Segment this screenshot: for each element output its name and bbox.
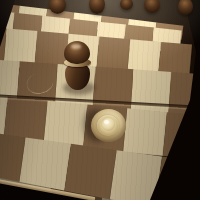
square-e5	[93, 67, 134, 112]
far-dark-piece-top-1	[49, 0, 66, 14]
square-e4	[123, 108, 167, 156]
chessboard-photo: ♟♙	[0, 0, 200, 200]
far-dark-piece-top-5	[178, 0, 193, 15]
far-dark-piece-top-4	[144, 0, 160, 13]
far-dark-piece-top-3	[120, 0, 133, 10]
scratch-mark	[24, 70, 55, 97]
square-f5	[131, 69, 172, 114]
white-pawn-highlight	[104, 120, 109, 124]
far-dark-piece-top-2	[89, 0, 105, 14]
